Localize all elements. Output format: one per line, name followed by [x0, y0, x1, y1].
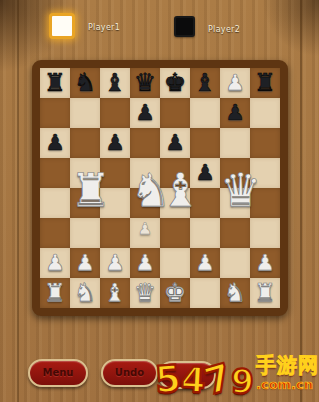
player2-turn-indicator [174, 16, 195, 37]
square-g4[interactable]: ♛ [220, 188, 250, 218]
piece-bR-h8: ♜ [250, 68, 280, 98]
square-c7[interactable] [100, 98, 130, 128]
square-c6[interactable]: ♟ [100, 128, 130, 158]
square-h7[interactable] [250, 98, 280, 128]
piece-bP-a6: ♟ [40, 128, 70, 158]
app-background: Player1 Player2 ♜♞♝♛♚♝♟♜♟♟♟♟♟♟♜♞♝♛♟♟♟♟♟♟… [0, 0, 319, 402]
square-f7[interactable] [190, 98, 220, 128]
player1-turn-indicator [49, 13, 75, 39]
wood-seam [300, 0, 302, 402]
square-b2[interactable]: ♟ [70, 248, 100, 278]
watermark-digit: 5 [154, 360, 182, 399]
watermark-logo: 5479 手游网 .com.cn [153, 348, 319, 398]
menu-button[interactable]: Menu [28, 359, 88, 387]
square-f1[interactable] [190, 278, 220, 308]
square-b4[interactable]: ♜ [70, 188, 100, 218]
square-g6[interactable] [220, 128, 250, 158]
piece-wP-d2: ♟ [130, 248, 160, 278]
square-h6[interactable] [250, 128, 280, 158]
square-g2[interactable] [220, 248, 250, 278]
piece-wP-g8: ♟ [220, 68, 250, 98]
square-g3[interactable] [220, 218, 250, 248]
square-e1[interactable]: ♚ [160, 278, 190, 308]
chess-board: ♜♞♝♛♚♝♟♜♟♟♟♟♟♟♜♞♝♛♟♟♟♟♟♟♟♜♞♝♛♚♞♜ [32, 60, 288, 316]
board-grid: ♜♞♝♛♚♝♟♜♟♟♟♟♟♟♜♞♝♛♟♟♟♟♟♟♟♜♞♝♛♚♞♜ [40, 68, 280, 308]
square-h2[interactable]: ♟ [250, 248, 280, 278]
square-b6[interactable] [70, 128, 100, 158]
piece-wP-a2: ♟ [40, 248, 70, 278]
square-a1[interactable]: ♜ [40, 278, 70, 308]
player1-label: Player1 [88, 23, 120, 32]
piece-wP-f2: ♟ [190, 248, 220, 278]
square-b1[interactable]: ♞ [70, 278, 100, 308]
square-e7[interactable] [160, 98, 190, 128]
square-a7[interactable] [40, 98, 70, 128]
piece-bP-d7: ♟ [130, 98, 160, 128]
piece-wP-b2: ♟ [70, 248, 100, 278]
square-d2[interactable]: ♟ [130, 248, 160, 278]
square-f6[interactable] [190, 128, 220, 158]
square-e6[interactable]: ♟ [160, 128, 190, 158]
square-d3[interactable]: ♟ [130, 218, 160, 248]
square-h3[interactable] [250, 218, 280, 248]
piece-bB-f8: ♝ [190, 68, 220, 98]
square-d8[interactable]: ♛ [130, 68, 160, 98]
piece-wQ-d1: ♛ [130, 278, 160, 308]
piece-bN-b8: ♞ [70, 68, 100, 98]
square-c3[interactable] [100, 218, 130, 248]
square-h1[interactable]: ♜ [250, 278, 280, 308]
piece-wR-a1: ♜ [40, 278, 70, 308]
piece-bB-c8: ♝ [100, 68, 130, 98]
square-b3[interactable] [70, 218, 100, 248]
square-g8[interactable]: ♟ [220, 68, 250, 98]
square-g1[interactable]: ♞ [220, 278, 250, 308]
watermark-cn-text: 手游网 [256, 354, 319, 376]
square-h8[interactable]: ♜ [250, 68, 280, 98]
square-e8[interactable]: ♚ [160, 68, 190, 98]
piece-bQ-d8: ♛ [130, 68, 160, 98]
piece-wR-b4: ♜ [70, 175, 100, 205]
player2-label: Player2 [208, 25, 240, 34]
square-f8[interactable]: ♝ [190, 68, 220, 98]
square-e4[interactable]: ♝ [160, 188, 190, 218]
piece-bP-c6: ♟ [100, 128, 130, 158]
square-d7[interactable]: ♟ [130, 98, 160, 128]
square-d6[interactable] [130, 128, 160, 158]
square-b7[interactable] [70, 98, 100, 128]
square-d4[interactable]: ♞ [130, 188, 160, 218]
piece-wP-d3: ♟ [130, 214, 160, 244]
piece-bP-e6: ♟ [160, 128, 190, 158]
square-b8[interactable]: ♞ [70, 68, 100, 98]
square-a3[interactable] [40, 218, 70, 248]
piece-bR-a8: ♜ [40, 68, 70, 98]
square-f2[interactable]: ♟ [190, 248, 220, 278]
square-e3[interactable] [160, 218, 190, 248]
watermark-digit: 9 [230, 365, 254, 399]
piece-bP-g7: ♟ [220, 98, 250, 128]
piece-wB-e4: ♝ [160, 175, 190, 205]
square-a2[interactable]: ♟ [40, 248, 70, 278]
piece-wQ-g4: ♛ [220, 175, 250, 205]
piece-wN-d4: ♞ [130, 175, 160, 205]
piece-wB-c1: ♝ [100, 278, 130, 308]
watermark-numbers: 5479 [153, 348, 254, 398]
square-f3[interactable] [190, 218, 220, 248]
wood-seam [17, 0, 19, 402]
square-c8[interactable]: ♝ [100, 68, 130, 98]
watermark-domain-text: .com.cn [256, 377, 319, 393]
piece-wP-c2: ♟ [100, 248, 130, 278]
piece-wP-h2: ♟ [250, 248, 280, 278]
square-a4[interactable] [40, 188, 70, 218]
square-d1[interactable]: ♛ [130, 278, 160, 308]
square-a6[interactable]: ♟ [40, 128, 70, 158]
undo-button[interactable]: Undo [101, 359, 158, 387]
piece-wN-g1: ♞ [220, 278, 250, 308]
piece-bK-e8: ♚ [160, 68, 190, 98]
square-a8[interactable]: ♜ [40, 68, 70, 98]
square-g7[interactable]: ♟ [220, 98, 250, 128]
square-c1[interactable]: ♝ [100, 278, 130, 308]
piece-wR-h1: ♜ [250, 278, 280, 308]
square-e2[interactable] [160, 248, 190, 278]
square-c2[interactable]: ♟ [100, 248, 130, 278]
square-a5[interactable] [40, 158, 70, 188]
piece-wK-e1: ♚ [160, 278, 190, 308]
piece-wN-b1: ♞ [70, 278, 100, 308]
